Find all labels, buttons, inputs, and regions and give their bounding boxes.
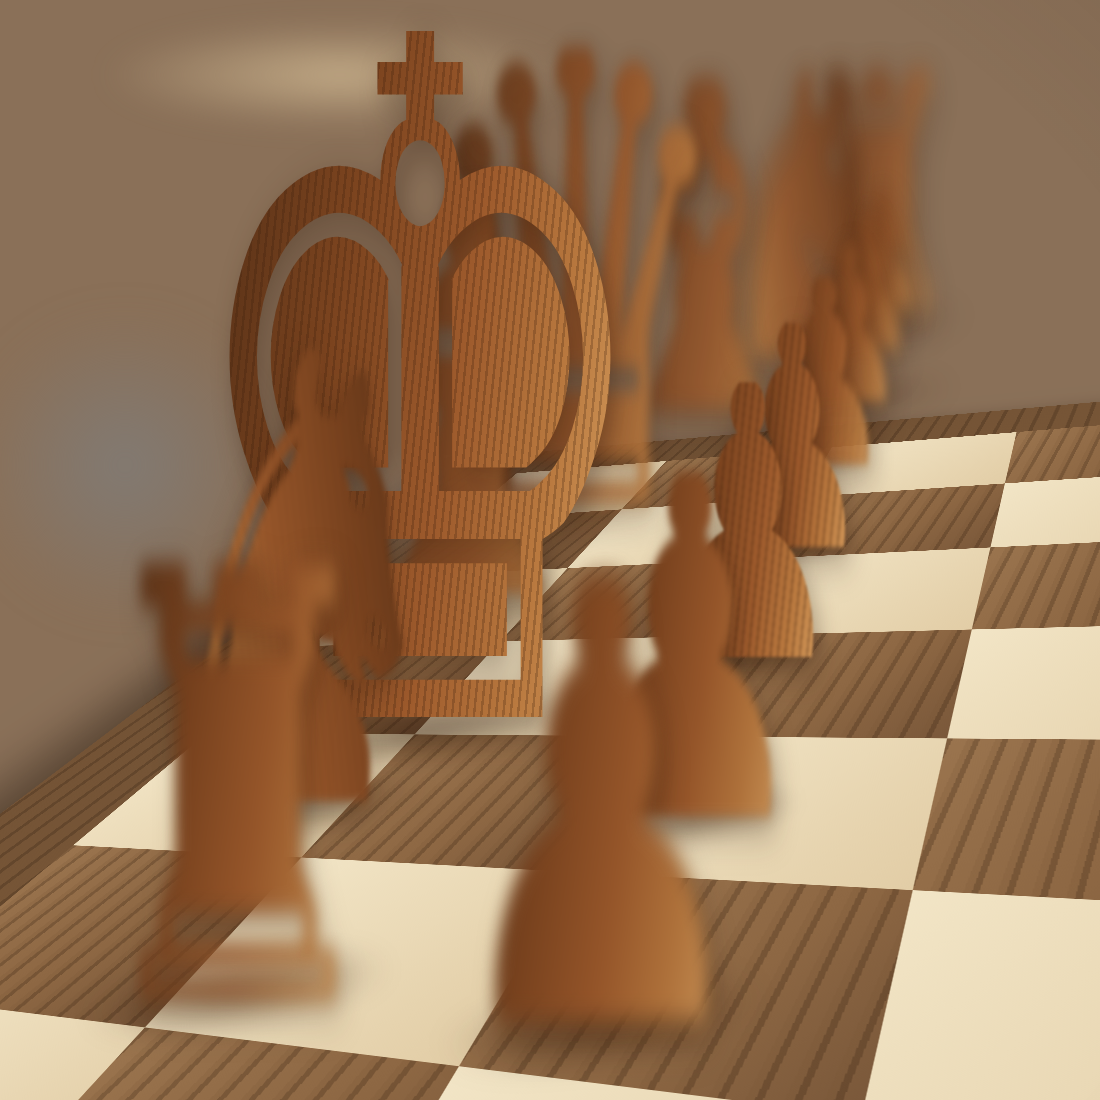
square-d8: [1005, 415, 1100, 483]
square-d4: [913, 738, 1100, 912]
piece-black-pawn-h7[interactable]: ♟: [444, 578, 760, 1040]
square-d5: [947, 622, 1100, 741]
square-d6: [972, 535, 1100, 630]
photo-chessboard-scene: Close-up side-angle photograph of a wood…: [0, 0, 1100, 1100]
piece-black-rook-h8[interactable]: ♜: [84, 564, 392, 1016]
